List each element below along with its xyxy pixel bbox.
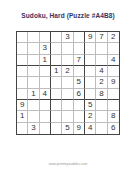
- sudoku-cell-r8c5: [62, 111, 73, 122]
- sudoku-cell-r3c2: [28, 55, 39, 66]
- sudoku-cell-r7c9: [108, 100, 119, 111]
- sudoku-cell-r1c8: 7: [96, 32, 107, 43]
- sudoku-sheet: Sudoku, Hard (Puzzle #A4B8) 397231741245…: [0, 0, 136, 176]
- sudoku-cell-r8c7: 2: [85, 111, 96, 122]
- sudoku-cell-r6c9: [108, 89, 119, 100]
- sudoku-cell-r1c4: [51, 32, 62, 43]
- sudoku-cell-r8c8: [96, 111, 107, 122]
- footer-url: www.printmysudoku.com: [34, 162, 102, 166]
- sudoku-cell-r4c2: [28, 66, 39, 77]
- sudoku-cell-r1c6: [74, 32, 85, 43]
- sudoku-cell-r8c2: [28, 111, 39, 122]
- sudoku-cell-r7c4: [51, 100, 62, 111]
- sudoku-cell-r8c3: [40, 111, 51, 122]
- sudoku-cell-r5c9: 9: [108, 77, 119, 88]
- sudoku-cell-r4c4: 1: [51, 66, 62, 77]
- sudoku-cell-r3c1: [17, 55, 28, 66]
- page-title: Sudoku, Hard (Puzzle #A4B8): [0, 12, 136, 19]
- sudoku-cell-r5c6: 5: [74, 77, 85, 88]
- sudoku-cell-r7c7: 5: [85, 100, 96, 111]
- sudoku-cell-r5c1: [17, 77, 28, 88]
- sudoku-cell-r3c8: [96, 55, 107, 66]
- sudoku-cell-r9c2: 3: [28, 123, 39, 134]
- sudoku-cell-r8c6: [74, 111, 85, 122]
- sudoku-cell-r9c9: 6: [108, 123, 119, 134]
- sudoku-cell-r1c5: 3: [62, 32, 73, 43]
- sudoku-cell-r1c3: [40, 32, 51, 43]
- sudoku-cell-r5c4: [51, 77, 62, 88]
- sudoku-cell-r4c9: [108, 66, 119, 77]
- sudoku-cell-r2c4: [51, 43, 62, 54]
- sudoku-cell-r7c3: [40, 100, 51, 111]
- sudoku-cell-r6c7: [85, 89, 96, 100]
- sudoku-cell-r7c2: [28, 100, 39, 111]
- sudoku-cell-r8c4: [51, 111, 62, 122]
- sudoku-cell-r6c6: 6: [74, 89, 85, 100]
- sudoku-cell-r6c5: [62, 89, 73, 100]
- sudoku-cell-r3c7: [85, 55, 96, 66]
- sudoku-cell-r3c6: 7: [74, 55, 85, 66]
- sudoku-cell-r5c5: [62, 77, 73, 88]
- sudoku-cell-r8c9: 8: [108, 111, 119, 122]
- sudoku-cell-r9c1: [17, 123, 28, 134]
- sudoku-cell-r3c3: 1: [40, 55, 51, 66]
- sudoku-cell-r6c3: 4: [40, 89, 51, 100]
- sudoku-cell-r4c1: [17, 66, 28, 77]
- sudoku-cell-r2c3: 3: [40, 43, 51, 54]
- sudoku-cell-r9c5: 5: [62, 123, 73, 134]
- sudoku-cell-r1c1: [17, 32, 28, 43]
- sudoku-cell-r9c4: [51, 123, 62, 134]
- sudoku-cell-r8c1: 1: [17, 111, 28, 122]
- sudoku-cell-r2c7: [85, 43, 96, 54]
- sudoku-cell-r9c8: [96, 123, 107, 134]
- sudoku-cell-r6c4: [51, 89, 62, 100]
- sudoku-cell-r6c8: 8: [96, 89, 107, 100]
- sudoku-cell-r7c1: 9: [17, 100, 28, 111]
- sudoku-cell-r2c2: [28, 43, 39, 54]
- sudoku-cell-r1c7: 9: [85, 32, 96, 43]
- sudoku-cell-r5c7: [85, 77, 96, 88]
- sudoku-cell-r4c5: 2: [62, 66, 73, 77]
- sudoku-cell-r4c6: [74, 66, 85, 77]
- sudoku-cell-r3c5: [62, 55, 73, 66]
- sudoku-cell-r2c1: [17, 43, 28, 54]
- sudoku-cell-r3c9: 4: [108, 55, 119, 66]
- sudoku-cell-r4c3: [40, 66, 51, 77]
- sudoku-cell-r9c3: [40, 123, 51, 134]
- sudoku-cell-r1c2: [28, 32, 39, 43]
- sudoku-cell-r2c9: [108, 43, 119, 54]
- sudoku-cell-r5c8: 2: [96, 77, 107, 88]
- sudoku-cell-r1c9: 2: [108, 32, 119, 43]
- sudoku-cell-r3c4: [51, 55, 62, 66]
- sudoku-cell-r7c6: [74, 100, 85, 111]
- sudoku-cell-r7c5: [62, 100, 73, 111]
- sudoku-cell-r6c2: 1: [28, 89, 39, 100]
- sudoku-cell-r5c3: [40, 77, 51, 88]
- sudoku-cell-r9c6: 9: [74, 123, 85, 134]
- sudoku-cell-r6c1: [17, 89, 28, 100]
- sudoku-cell-r4c8: 4: [96, 66, 107, 77]
- sudoku-grid: 3972317412452914689512835946: [16, 31, 120, 135]
- sudoku-cell-r2c5: [62, 43, 73, 54]
- sudoku-cell-r9c7: 4: [85, 123, 96, 134]
- sudoku-cell-r2c8: [96, 43, 107, 54]
- sudoku-cell-r5c2: [28, 77, 39, 88]
- sudoku-cell-r4c7: [85, 66, 96, 77]
- sudoku-cell-r2c6: [74, 43, 85, 54]
- sudoku-cell-r7c8: [96, 100, 107, 111]
